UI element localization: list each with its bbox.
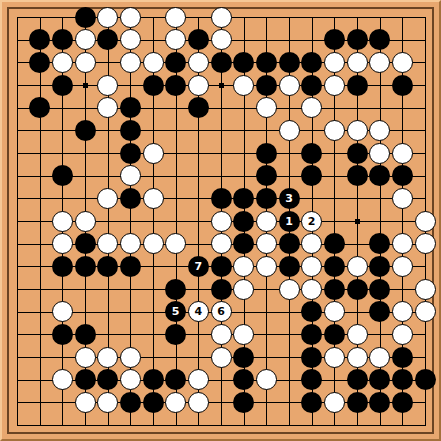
white-stone[interactable]: [165, 233, 186, 254]
white-stone[interactable]: [211, 233, 232, 254]
white-stone[interactable]: [392, 143, 413, 164]
white-stone[interactable]: [120, 369, 141, 390]
white-stone[interactable]: [347, 347, 368, 368]
black-stone[interactable]: [347, 279, 368, 300]
black-stone[interactable]: [301, 165, 322, 186]
black-stone[interactable]: [369, 165, 390, 186]
white-stone[interactable]: [143, 188, 164, 209]
black-stone[interactable]: [279, 256, 300, 277]
black-stone[interactable]: [75, 233, 96, 254]
black-stone[interactable]: [392, 369, 413, 390]
black-stone[interactable]: [256, 188, 277, 209]
white-stone[interactable]: [75, 211, 96, 232]
black-stone[interactable]: [143, 369, 164, 390]
black-stone[interactable]: [165, 52, 186, 73]
black-stone[interactable]: [347, 75, 368, 96]
black-stone[interactable]: [29, 97, 50, 118]
black-stone[interactable]: [301, 52, 322, 73]
white-stone[interactable]: [165, 29, 186, 50]
white-stone[interactable]: [324, 347, 345, 368]
black-stone[interactable]: [324, 279, 345, 300]
black-stone[interactable]: [29, 29, 50, 50]
white-stone[interactable]: [324, 392, 345, 413]
white-stone[interactable]: [75, 29, 96, 50]
white-stone[interactable]: [52, 301, 73, 322]
black-stone[interactable]: [369, 279, 390, 300]
white-stone[interactable]: [301, 233, 322, 254]
black-stone[interactable]: [392, 75, 413, 96]
black-stone[interactable]: [52, 256, 73, 277]
white-stone[interactable]: [347, 52, 368, 73]
move-7-stone[interactable]: 7: [188, 256, 209, 277]
white-stone[interactable]: [75, 52, 96, 73]
move-4-stone[interactable]: 4: [188, 301, 209, 322]
black-stone[interactable]: [324, 233, 345, 254]
black-stone[interactable]: [29, 52, 50, 73]
white-stone[interactable]: [233, 279, 254, 300]
white-stone[interactable]: [211, 7, 232, 28]
white-stone[interactable]: [347, 120, 368, 141]
black-stone[interactable]: [120, 392, 141, 413]
white-stone[interactable]: [52, 211, 73, 232]
black-stone[interactable]: [392, 347, 413, 368]
move-2-stone[interactable]: 2: [301, 211, 322, 232]
white-stone[interactable]: [324, 75, 345, 96]
black-stone[interactable]: [415, 369, 436, 390]
white-stone[interactable]: [256, 97, 277, 118]
black-stone[interactable]: [347, 143, 368, 164]
white-stone[interactable]: [97, 188, 118, 209]
black-stone[interactable]: [301, 143, 322, 164]
white-stone[interactable]: [52, 233, 73, 254]
white-stone[interactable]: [347, 324, 368, 345]
white-stone[interactable]: [97, 392, 118, 413]
black-stone[interactable]: [233, 233, 254, 254]
black-stone[interactable]: [369, 256, 390, 277]
white-stone[interactable]: [97, 7, 118, 28]
black-stone[interactable]: [369, 233, 390, 254]
white-stone[interactable]: [392, 256, 413, 277]
white-stone[interactable]: [301, 256, 322, 277]
white-stone[interactable]: [256, 369, 277, 390]
black-stone[interactable]: [165, 75, 186, 96]
black-stone[interactable]: [369, 392, 390, 413]
black-stone[interactable]: [52, 75, 73, 96]
white-stone[interactable]: [392, 52, 413, 73]
black-stone[interactable]: [301, 369, 322, 390]
white-stone[interactable]: [256, 256, 277, 277]
white-stone[interactable]: [392, 233, 413, 254]
black-stone[interactable]: [256, 165, 277, 186]
black-stone[interactable]: [143, 392, 164, 413]
black-stone[interactable]: [165, 324, 186, 345]
black-stone[interactable]: [324, 29, 345, 50]
black-stone[interactable]: [120, 143, 141, 164]
black-stone[interactable]: [369, 301, 390, 322]
white-stone[interactable]: [120, 233, 141, 254]
black-stone[interactable]: [279, 52, 300, 73]
white-stone[interactable]: [120, 7, 141, 28]
white-stone[interactable]: [97, 233, 118, 254]
black-stone[interactable]: [75, 7, 96, 28]
white-stone[interactable]: [324, 120, 345, 141]
move-1-stone[interactable]: 1: [279, 211, 300, 232]
black-stone[interactable]: [233, 188, 254, 209]
black-stone[interactable]: [188, 97, 209, 118]
black-stone[interactable]: [347, 392, 368, 413]
black-stone[interactable]: [233, 392, 254, 413]
black-stone[interactable]: [301, 301, 322, 322]
white-stone[interactable]: [120, 165, 141, 186]
white-stone[interactable]: [415, 301, 436, 322]
black-stone[interactable]: [211, 52, 232, 73]
black-stone[interactable]: [75, 120, 96, 141]
white-stone[interactable]: [97, 75, 118, 96]
black-stone[interactable]: [392, 165, 413, 186]
white-stone[interactable]: [120, 29, 141, 50]
black-stone[interactable]: [75, 324, 96, 345]
move-6-stone[interactable]: 6: [211, 301, 232, 322]
black-stone[interactable]: [233, 52, 254, 73]
white-stone[interactable]: [347, 256, 368, 277]
white-stone[interactable]: [97, 97, 118, 118]
white-stone[interactable]: [188, 75, 209, 96]
move-3-stone[interactable]: 3: [279, 188, 300, 209]
black-stone[interactable]: [52, 324, 73, 345]
black-stone[interactable]: [233, 369, 254, 390]
white-stone[interactable]: [188, 392, 209, 413]
white-stone[interactable]: [165, 392, 186, 413]
white-stone[interactable]: [279, 120, 300, 141]
black-stone[interactable]: [301, 347, 322, 368]
white-stone[interactable]: [324, 52, 345, 73]
white-stone[interactable]: [301, 97, 322, 118]
white-stone[interactable]: [256, 233, 277, 254]
black-stone[interactable]: [52, 29, 73, 50]
white-stone[interactable]: [301, 279, 322, 300]
white-stone[interactable]: [75, 347, 96, 368]
go-board[interactable]: 3127546: [0, 0, 441, 441]
white-stone[interactable]: [233, 324, 254, 345]
black-stone[interactable]: [52, 165, 73, 186]
black-stone[interactable]: [75, 369, 96, 390]
black-stone[interactable]: [347, 29, 368, 50]
white-stone[interactable]: [324, 301, 345, 322]
black-stone[interactable]: [120, 188, 141, 209]
white-stone[interactable]: [233, 75, 254, 96]
black-stone[interactable]: [120, 120, 141, 141]
white-stone[interactable]: [120, 347, 141, 368]
star-point: [219, 83, 224, 88]
black-stone[interactable]: [233, 211, 254, 232]
white-stone[interactable]: [143, 52, 164, 73]
black-stone[interactable]: [120, 256, 141, 277]
black-stone[interactable]: [211, 256, 232, 277]
white-stone[interactable]: [188, 52, 209, 73]
black-stone[interactable]: [75, 256, 96, 277]
white-stone[interactable]: [392, 301, 413, 322]
black-stone[interactable]: [188, 29, 209, 50]
black-stone[interactable]: [369, 29, 390, 50]
white-stone[interactable]: [369, 120, 390, 141]
white-stone[interactable]: [415, 233, 436, 254]
white-stone[interactable]: [392, 188, 413, 209]
white-stone[interactable]: [415, 279, 436, 300]
black-stone[interactable]: [211, 279, 232, 300]
black-stone[interactable]: [324, 324, 345, 345]
go-board-screenshot: 3127546: [0, 0, 441, 441]
white-stone[interactable]: [52, 52, 73, 73]
black-stone[interactable]: [165, 369, 186, 390]
white-stone[interactable]: [143, 143, 164, 164]
black-stone[interactable]: [256, 52, 277, 73]
black-stone[interactable]: [369, 369, 390, 390]
black-stone[interactable]: [392, 392, 413, 413]
black-stone[interactable]: [233, 347, 254, 368]
black-stone[interactable]: [256, 75, 277, 96]
white-stone[interactable]: [256, 211, 277, 232]
black-stone[interactable]: [301, 392, 322, 413]
white-stone[interactable]: [188, 369, 209, 390]
star-point: [83, 83, 88, 88]
black-stone[interactable]: [165, 279, 186, 300]
white-stone[interactable]: [120, 52, 141, 73]
white-stone[interactable]: [52, 369, 73, 390]
white-stone[interactable]: [211, 347, 232, 368]
black-stone[interactable]: [347, 369, 368, 390]
white-stone[interactable]: [279, 279, 300, 300]
white-stone[interactable]: [415, 211, 436, 232]
white-stone[interactable]: [165, 7, 186, 28]
black-stone[interactable]: [97, 369, 118, 390]
white-stone[interactable]: [143, 233, 164, 254]
black-stone[interactable]: [301, 75, 322, 96]
white-stone[interactable]: [75, 392, 96, 413]
white-stone[interactable]: [279, 75, 300, 96]
black-stone[interactable]: [279, 233, 300, 254]
white-stone[interactable]: [211, 211, 232, 232]
white-stone[interactable]: [211, 29, 232, 50]
black-stone[interactable]: [120, 97, 141, 118]
white-stone[interactable]: [392, 324, 413, 345]
black-stone[interactable]: [97, 256, 118, 277]
white-stone[interactable]: [211, 324, 232, 345]
move-5-stone[interactable]: 5: [165, 301, 186, 322]
black-stone[interactable]: [211, 188, 232, 209]
white-stone[interactable]: [97, 347, 118, 368]
black-stone[interactable]: [143, 75, 164, 96]
black-stone[interactable]: [324, 256, 345, 277]
white-stone[interactable]: [369, 347, 390, 368]
white-stone[interactable]: [369, 52, 390, 73]
black-stone[interactable]: [301, 324, 322, 345]
white-stone[interactable]: [233, 256, 254, 277]
black-stone[interactable]: [347, 165, 368, 186]
black-stone[interactable]: [97, 29, 118, 50]
black-stone[interactable]: [256, 143, 277, 164]
star-point: [355, 219, 360, 224]
white-stone[interactable]: [369, 143, 390, 164]
